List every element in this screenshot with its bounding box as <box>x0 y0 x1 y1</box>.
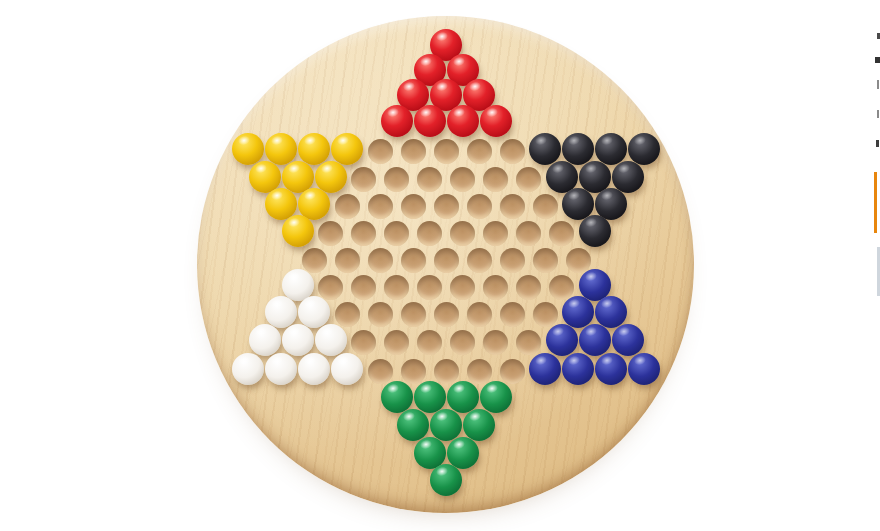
blue-marble[interactable] <box>546 324 578 356</box>
white-marble[interactable] <box>232 353 264 385</box>
hole-r8-c8[interactable] <box>516 221 541 246</box>
blue-marble[interactable] <box>628 353 660 385</box>
hole-r7-c7[interactable] <box>467 194 492 219</box>
hole-r7-c8[interactable] <box>500 194 525 219</box>
green-marble[interactable] <box>414 381 446 413</box>
black-marble[interactable] <box>579 215 611 247</box>
hole-r13-c7[interactable] <box>434 359 459 384</box>
blue-marble[interactable] <box>562 353 594 385</box>
yellow-marble[interactable] <box>331 133 363 165</box>
hole-r11-c8[interactable] <box>500 302 525 327</box>
hole-r10-c6[interactable] <box>450 275 475 300</box>
white-marble[interactable] <box>282 324 314 356</box>
yellow-marble[interactable] <box>265 133 297 165</box>
hole-r12-c6[interactable] <box>417 330 442 355</box>
hole-r6-c6[interactable] <box>417 167 442 192</box>
hole-r5-c8[interactable] <box>467 139 492 164</box>
hole-r10-c2[interactable] <box>318 275 343 300</box>
hole-r11-c3[interactable] <box>335 302 360 327</box>
white-marble[interactable] <box>315 324 347 356</box>
hole-r8-c7[interactable] <box>483 221 508 246</box>
text-sliver-fragment-4 <box>877 110 879 118</box>
hole-r10-c9[interactable] <box>549 275 574 300</box>
hole-r11-c9[interactable] <box>533 302 558 327</box>
hole-r9-c7[interactable] <box>500 248 525 273</box>
hole-r11-c7[interactable] <box>467 302 492 327</box>
hole-r7-c5[interactable] <box>401 194 426 219</box>
hole-r9-c8[interactable] <box>533 248 558 273</box>
blue-marble[interactable] <box>595 353 627 385</box>
hole-r11-c4[interactable] <box>368 302 393 327</box>
hole-r6-c7[interactable] <box>450 167 475 192</box>
black-marble[interactable] <box>529 133 561 165</box>
hole-r10-c7[interactable] <box>483 275 508 300</box>
hole-r8-c6[interactable] <box>450 221 475 246</box>
white-marble[interactable] <box>265 353 297 385</box>
green-marble[interactable] <box>463 409 495 441</box>
green-marble[interactable] <box>430 409 462 441</box>
hole-r9-c5[interactable] <box>434 248 459 273</box>
hole-r10-c5[interactable] <box>417 275 442 300</box>
product-image <box>0 0 880 531</box>
blue-marble[interactable] <box>579 324 611 356</box>
hole-r9-c9[interactable] <box>566 248 591 273</box>
yellow-marble[interactable] <box>232 133 264 165</box>
white-marble[interactable] <box>265 296 297 328</box>
hole-r12-c9[interactable] <box>516 330 541 355</box>
hole-r8-c5[interactable] <box>417 221 442 246</box>
hole-r6-c9[interactable] <box>516 167 541 192</box>
hole-r7-c4[interactable] <box>368 194 393 219</box>
green-marble[interactable] <box>480 381 512 413</box>
hole-r5-c6[interactable] <box>401 139 426 164</box>
black-marble[interactable] <box>562 133 594 165</box>
text-sliver-fragment-5 <box>876 140 879 147</box>
chinese-checkers-board <box>197 16 694 513</box>
hole-r13-c9[interactable] <box>500 359 525 384</box>
hole-r9-c4[interactable] <box>401 248 426 273</box>
blue-marble[interactable] <box>562 296 594 328</box>
red-marble[interactable] <box>480 105 512 137</box>
green-marble[interactable] <box>447 381 479 413</box>
green-marble[interactable] <box>430 464 462 496</box>
hole-r6-c8[interactable] <box>483 167 508 192</box>
hole-r9-c1[interactable] <box>302 248 327 273</box>
hole-r13-c6[interactable] <box>401 359 426 384</box>
hole-r13-c5[interactable] <box>368 359 393 384</box>
hole-r6-c4[interactable] <box>351 167 376 192</box>
black-marble[interactable] <box>595 133 627 165</box>
hole-r9-c6[interactable] <box>467 248 492 273</box>
text-sliver-fragment-2 <box>875 57 880 63</box>
hole-r10-c4[interactable] <box>384 275 409 300</box>
hole-r12-c8[interactable] <box>483 330 508 355</box>
hole-r6-c5[interactable] <box>384 167 409 192</box>
hole-r13-c8[interactable] <box>467 359 492 384</box>
hole-r7-c3[interactable] <box>335 194 360 219</box>
yellow-marble[interactable] <box>298 133 330 165</box>
hole-r5-c5[interactable] <box>368 139 393 164</box>
hole-r11-c5[interactable] <box>401 302 426 327</box>
hole-r10-c8[interactable] <box>516 275 541 300</box>
hole-r12-c4[interactable] <box>351 330 376 355</box>
orange-line-fragment <box>874 172 877 233</box>
hole-r7-c9[interactable] <box>533 194 558 219</box>
white-marble[interactable] <box>331 353 363 385</box>
hole-r9-c3[interactable] <box>368 248 393 273</box>
white-marble[interactable] <box>298 353 330 385</box>
black-marble[interactable] <box>628 133 660 165</box>
hole-r12-c5[interactable] <box>384 330 409 355</box>
hole-r8-c3[interactable] <box>351 221 376 246</box>
hole-r8-c4[interactable] <box>384 221 409 246</box>
green-marble[interactable] <box>397 409 429 441</box>
hole-r9-c2[interactable] <box>335 248 360 273</box>
red-marble[interactable] <box>414 105 446 137</box>
yellow-marble[interactable] <box>282 215 314 247</box>
red-marble[interactable] <box>381 105 413 137</box>
hole-r7-c6[interactable] <box>434 194 459 219</box>
hole-r5-c7[interactable] <box>434 139 459 164</box>
red-marble[interactable] <box>447 105 479 137</box>
hole-r12-c7[interactable] <box>450 330 475 355</box>
blue-marble[interactable] <box>529 353 561 385</box>
white-marble[interactable] <box>298 296 330 328</box>
blue-marble[interactable] <box>595 296 627 328</box>
text-sliver-fragment-3 <box>877 80 879 89</box>
hole-r8-c2[interactable] <box>318 221 343 246</box>
blue-marble[interactable] <box>612 324 644 356</box>
green-marble[interactable] <box>381 381 413 413</box>
hole-r5-c9[interactable] <box>500 139 525 164</box>
white-marble[interactable] <box>249 324 281 356</box>
hole-r11-c6[interactable] <box>434 302 459 327</box>
hole-r10-c3[interactable] <box>351 275 376 300</box>
hole-r8-c9[interactable] <box>549 221 574 246</box>
